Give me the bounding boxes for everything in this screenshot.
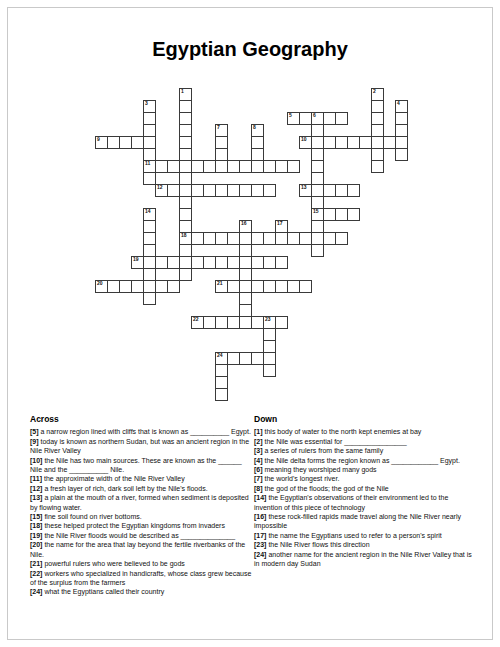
across-clue: [24] what the Egyptians called their cou… [30,587,253,596]
cell-number: 12 [157,185,163,190]
across-clue: [9] today is known as northern Sudan, bu… [30,437,253,456]
down-clue: [24] another name for the ancient region… [254,550,477,569]
puzzle-title: Egyptian Geography [0,38,500,61]
grid-cell[interactable] [347,208,360,221]
down-clue: [1] this body of water to the north kept… [254,427,477,436]
grid-cell[interactable] [215,388,228,401]
clue-number: [20] [30,541,44,548]
clue-number: [9] [30,438,41,445]
cell-number: 16 [241,221,247,226]
across-clue: [12] a fresh layer of rich, dark soil le… [30,484,253,493]
grid-cell[interactable] [335,232,348,245]
grid-cell[interactable] [263,364,276,377]
down-clue: [17] the name the Egyptians used to refe… [254,531,477,540]
down-clue: [3] a series of rulers from the same fam… [254,446,477,455]
worksheet-page: Egyptian Geography 123456789101112131415… [0,0,500,647]
down-clue: [8] the god of the floods; the god of th… [254,484,477,493]
cell-number: 1 [181,89,184,94]
down-clues-column: Down [1] this body of water to the north… [254,415,477,569]
grid-cell[interactable] [143,292,156,305]
cell-number: 22 [193,317,199,322]
down-clue: [4] the Nile delta forms the region know… [254,456,477,465]
clue-number: [4] [254,457,265,464]
cell-number: 4 [397,101,400,106]
down-heading: Down [254,415,477,424]
clue-number: [15] [30,513,44,520]
cell-number: 19 [133,257,139,262]
down-clue: [6] meaning they worshiped many gods [254,465,477,474]
down-clue: [16] these rock-filled rapids made trave… [254,512,477,531]
across-clue: [10] the Nile has two main sources. Thes… [30,456,253,475]
across-clue: [20] the name for the area that lay beyo… [30,540,253,559]
grid-cell[interactable] [179,268,192,281]
clue-number: [17] [254,532,268,539]
cell-number: 3 [145,101,148,106]
across-clue: [15] fine soil found on river bottoms. [30,512,253,521]
cell-number: 21 [217,281,223,286]
across-clue: [18] these helped protect the Egyptian k… [30,521,253,530]
cell-number: 11 [145,161,150,166]
down-clue: [23] the Nile River flows this direction [254,540,477,549]
clue-number: [2] [254,438,265,445]
across-clue: [22] workers who specialized in handicra… [30,569,253,588]
grid-cell[interactable] [395,148,408,161]
cell-number: 20 [97,281,103,286]
clue-number: [23] [254,541,268,548]
cell-number: 15 [313,209,319,214]
across-clue: [5] a narrow region lined with cliffs th… [30,427,253,436]
cell-number: 24 [217,353,223,358]
across-heading: Across [30,415,253,424]
down-clue: [14] the Egyptian's observations of thei… [254,493,477,512]
clue-number: [24] [254,551,268,558]
cell-number: 8 [253,125,256,130]
clue-number: [16] [254,513,268,520]
cell-number: 18 [181,233,187,238]
clue-number: [11] [30,475,44,482]
grid-cell[interactable] [299,280,312,293]
cell-number: 6 [313,113,316,118]
clue-number: [1] [254,428,265,435]
clue-number: [3] [254,447,265,454]
grid-cell[interactable] [167,280,180,293]
grid-cell[interactable] [263,184,276,197]
clue-number: [5] [30,428,41,435]
clue-number: [22] [30,570,44,577]
across-clues-column: Across [5] a narrow region lined with cl… [30,415,253,597]
cell-number: 2 [373,89,376,94]
clue-number: [10] [30,457,44,464]
down-clue-list: [1] this body of water to the north kept… [254,427,477,568]
cell-number: 23 [265,317,271,322]
across-clue: [19] the Nile River floods would be desc… [30,531,253,540]
grid-cell[interactable] [287,160,300,173]
clue-number: [24] [30,588,44,595]
grid-cell[interactable] [311,244,324,257]
grid-cell[interactable] [371,160,384,173]
across-clue-list: [5] a narrow region lined with cliffs th… [30,427,253,596]
clue-number: [13] [30,494,44,501]
clue-number: [21] [30,560,44,567]
clue-number: [12] [30,485,44,492]
across-clue: [21] powerful rulers who were believed t… [30,559,253,568]
clue-number: [7] [254,475,265,482]
cell-number: 9 [97,137,100,142]
down-clue: [2] the Nile was essential for _________… [254,437,477,446]
grid-cell[interactable] [335,112,348,125]
grid-cell[interactable] [275,316,288,329]
grid-cell[interactable] [347,184,360,197]
cell-number: 14 [145,209,151,214]
down-clue: [7] the world's longest river. [254,474,477,483]
cell-number: 17 [277,221,283,226]
cell-number: 13 [301,185,307,190]
grid-cell[interactable] [275,256,288,269]
cell-number: 5 [289,113,292,118]
cell-number: 10 [301,137,307,142]
clue-number: [8] [254,485,265,492]
crossword-grid: 123456789101112131415161718192021222324 [95,88,409,402]
clue-number: [6] [254,466,265,473]
cell-number: 7 [217,125,220,130]
clue-number: [14] [254,494,268,501]
across-clue: [13] a plain at the mouth of a river, fo… [30,493,253,512]
clue-number: [19] [30,532,44,539]
clue-number: [18] [30,522,44,529]
across-clue: [11] the approximate width of the Nile R… [30,474,253,483]
